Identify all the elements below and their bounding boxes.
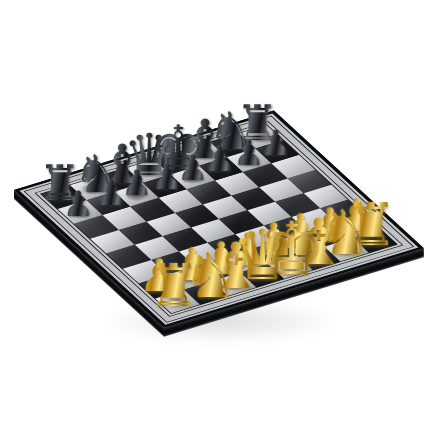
- squares-grid: ♜♞♝♛♚♝♞♜♟♟♟♟♟♟♟♟♟♟♟♟♟♟♟♟♜♞♝♛♚♝♞♜: [41, 125, 396, 313]
- chess-set-photo: ♜♞♝♛♚♝♞♜♟♟♟♟♟♟♟♟♟♟♟♟♟♟♟♟♜♞♝♛♚♝♞♜: [0, 0, 430, 430]
- black-pawn-icon: ♟: [234, 136, 265, 171]
- black-pawn-icon: ♟: [260, 126, 291, 161]
- square-a1[interactable]: ♜: [155, 290, 199, 314]
- black-pawn-icon: ♟: [63, 187, 94, 222]
- gold-rook-icon: ♜: [148, 256, 201, 315]
- black-pawn-icon: ♟: [95, 176, 126, 211]
- black-pawn-icon: ♟: [151, 160, 182, 195]
